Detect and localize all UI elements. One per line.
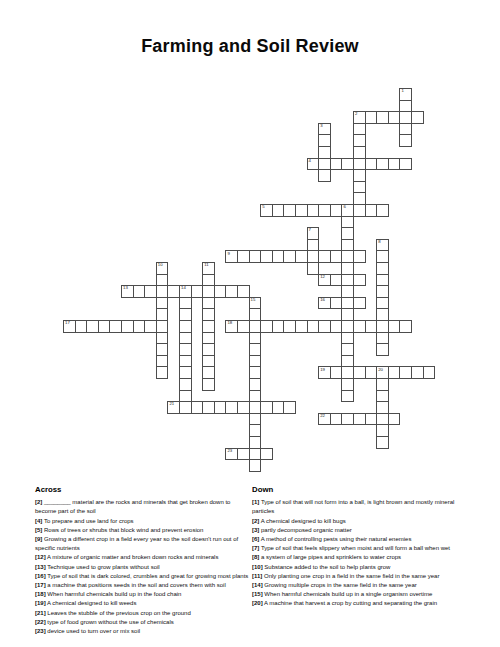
clue-down-6: [6] A method of controlling pests using … [252,535,466,544]
clue-down-15: [15] When harmful chemicals build up in … [252,590,466,599]
crossword-grid: 1234567891011121314151617181920212223 [63,88,436,472]
clue-number: 8 [378,240,380,245]
grid-cell[interactable] [341,390,354,403]
clue-across-9: [9] Growing a different crop in a field … [35,535,250,553]
grid-cell[interactable] [388,413,401,426]
clue-number: 3 [320,124,322,129]
clue-number: 15 [251,298,256,303]
clue-across-13: [13] Technique used to grow plants witho… [35,563,250,572]
clue-number: 5 [262,205,264,210]
clue-number: 21 [169,402,174,407]
clue-down-8: [8] a system of large pipes and sprinkle… [252,553,466,562]
clue-number: 19 [320,368,325,373]
grid-cell[interactable] [283,401,296,414]
clue-number: 7 [309,228,311,233]
grid-cell[interactable] [202,378,215,391]
grid-cell[interactable] [353,274,366,287]
clue-number: 10 [158,263,163,268]
clue-down-2: [2] A chemical designed to kill bugs [252,517,466,526]
clue-number: 4 [309,159,311,164]
clue-down-1: [1] Type of soil that will not form into… [252,498,466,516]
clue-down-3: [3] partly decomposed organic matter [252,526,466,535]
grid-cell[interactable] [399,134,412,147]
grid-cell[interactable] [411,111,424,124]
clue-across-22: [22] type of food grown without the use … [35,618,250,627]
grid-cell[interactable] [249,459,262,472]
clue-across-16: [16] Type of soil that is dark colored, … [35,572,250,581]
grid-cell[interactable] [376,204,389,217]
grid-cell[interactable] [376,436,389,449]
clue-across-5: [5] Rows of trees or shrubs that block w… [35,526,250,535]
clue-across-19: [19] A chemical designed to kill weeds [35,599,250,608]
clue-across-23: [23] device used to turn over or mix soi… [35,627,250,636]
clue-across-12: [12] A mixture of organic matter and bro… [35,553,250,562]
grid-cell[interactable] [423,366,436,379]
clue-across-21: [21] Leaves the stubble of the previous … [35,609,250,618]
clue-across-18: [18] When harmful chemicals build up in … [35,590,250,599]
puzzle-title: Farming and Soil Review [0,36,500,57]
clue-number: 18 [227,321,232,326]
clue-number: 22 [320,414,325,419]
clue-number: 16 [320,298,325,303]
clue-down-11: [11] Only planting one crop in a field i… [252,572,466,581]
clue-number: 14 [181,286,186,291]
grid-cell[interactable] [318,169,331,182]
clue-number: 2 [355,112,357,117]
clue-number: 20 [378,368,383,373]
clue-down-7: [7] Type of soil that feels slippery whe… [252,544,466,553]
clue-down-20: [20] A machine that harvest a crop by cu… [252,599,466,608]
clue-number: 11 [204,263,208,268]
grid-cell[interactable] [260,448,273,461]
across-clue-list: [2] ________ material are the rocks and … [35,498,250,636]
across-header: Across [35,485,250,494]
clue-across-2: [2] ________ material are the rocks and … [35,498,250,516]
clue-down-10: [10] Substance added to the soil to help… [252,563,466,572]
clue-number: 23 [227,449,232,454]
clue-across-17: [17] a machine that positions seeds in t… [35,581,250,590]
clue-number: 17 [65,321,70,326]
down-header: Down [252,485,466,494]
grid-cell[interactable] [376,343,389,356]
grid-cell[interactable] [156,366,169,379]
clue-number: 13 [123,286,128,291]
down-clues: Down [1] Type of soil that will not form… [252,485,466,609]
clue-number: 6 [343,205,345,210]
clue-number: 9 [227,252,229,257]
grid-cell[interactable] [353,297,366,310]
grid-cell[interactable] [399,320,412,333]
clue-number: 12 [320,275,325,280]
grid-cell[interactable] [353,250,366,263]
grid-cell[interactable] [399,158,412,171]
clue-number: 1 [401,89,403,94]
across-clues: Across [2] ________ material are the roc… [35,485,250,636]
clue-across-4: [4] To prepare and use land for crops [35,517,250,526]
down-clue-list: [1] Type of soil that will not form into… [252,498,466,608]
clue-down-14: [14] Growing multiple crops in the same … [252,581,466,590]
